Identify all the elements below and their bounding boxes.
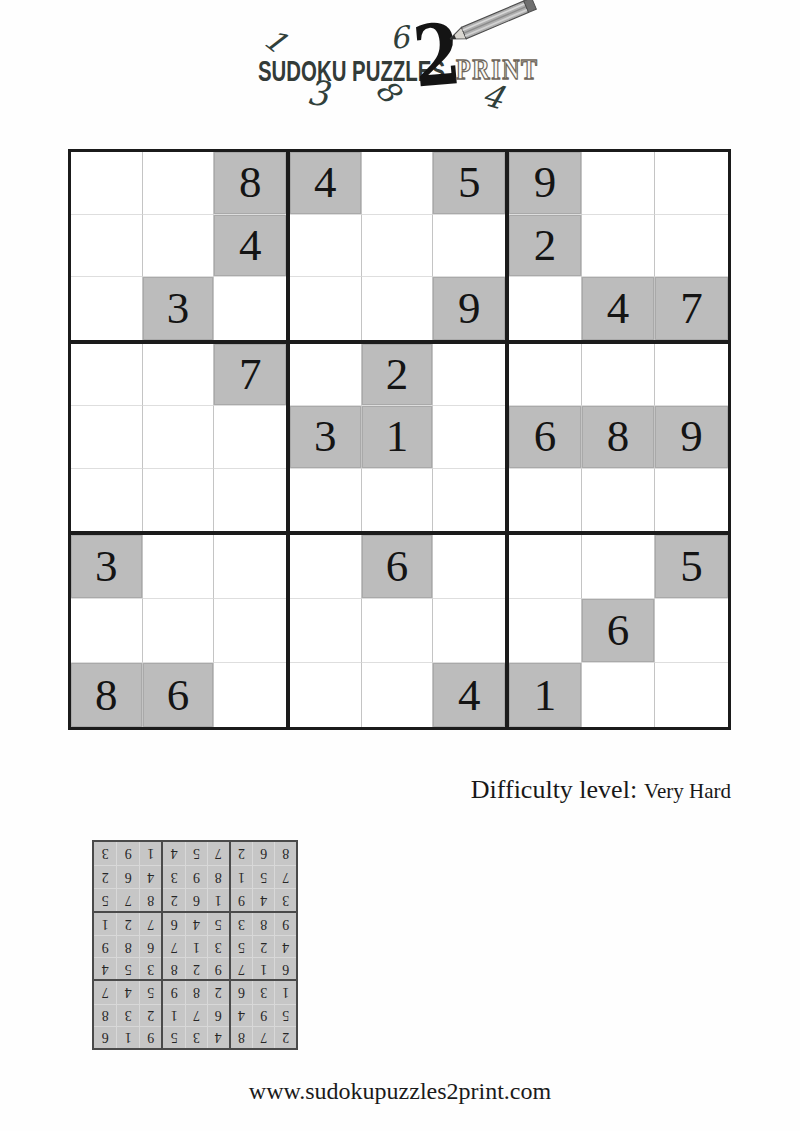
solution-cell-r8c2: 5 [252, 865, 274, 888]
puzzle-cell-r6c9[interactable] [655, 469, 728, 532]
footer-url: www.sudokupuzzles2print.com [0, 1078, 800, 1105]
puzzle-cell-r4c1[interactable] [71, 344, 143, 407]
puzzle-cell-r2c2[interactable] [143, 215, 215, 278]
solution-cell-r2c6: 1 [163, 1004, 185, 1026]
puzzle-cell-r4c2[interactable] [143, 344, 215, 407]
solution-cell-r7c4: 1 [207, 888, 229, 911]
puzzle-cell-r3c8[interactable]: 4 [582, 277, 655, 340]
puzzle-cell-r1c2[interactable] [143, 152, 215, 215]
puzzle-cell-r5c6[interactable] [433, 406, 505, 469]
solution-cell-r4c3: 7 [231, 957, 253, 979]
puzzle-cell-r8c9[interactable] [655, 599, 728, 663]
solution-cell-r4c5: 2 [185, 957, 207, 979]
solution-cell-r5c2: 2 [252, 935, 274, 957]
puzzle-cell-r6c3[interactable] [214, 469, 286, 532]
solution-cell-r2c2: 9 [252, 1004, 274, 1026]
puzzle-cell-r9c9[interactable] [655, 663, 728, 727]
puzzle-cell-r4c5[interactable]: 2 [362, 344, 434, 407]
solution-cell-r7c7: 8 [139, 888, 161, 911]
solution-cell-r3c7: 5 [139, 981, 161, 1003]
solution-box-5: 928317546 [161, 911, 228, 980]
puzzle-box-3: 9247 [509, 152, 728, 344]
solution-cell-r1c1: 2 [274, 1026, 296, 1048]
puzzle-box-6: 689 [509, 344, 728, 536]
solution-cell-r8c3: 1 [231, 865, 253, 888]
solution-cell-r5c6: 7 [163, 935, 185, 957]
solution-box-7: 349751862 [229, 842, 296, 911]
puzzle-box-8: 64 [290, 535, 509, 727]
puzzle-cell-r2c9[interactable] [655, 215, 728, 278]
puzzle-cell-r7c3[interactable] [214, 535, 286, 599]
solution-cell-r5c1: 4 [274, 935, 296, 957]
puzzle-cell-r4c3[interactable]: 7 [214, 344, 286, 407]
puzzle-cell-r1c5[interactable] [362, 152, 434, 215]
puzzle-cell-r9c7[interactable]: 1 [509, 663, 582, 727]
solution-cell-r5c4: 3 [207, 935, 229, 957]
solution-cell-r6c3: 3 [231, 913, 253, 935]
puzzle-cell-r3c1[interactable] [71, 277, 143, 340]
puzzle-cell-r3c3[interactable] [214, 277, 286, 340]
solution-cell-r6c4: 5 [207, 913, 229, 935]
puzzle-cell-r5c2[interactable] [143, 406, 215, 469]
solution-cell-r3c1: 1 [274, 981, 296, 1003]
puzzle-cell-r6c2[interactable] [143, 469, 215, 532]
puzzle-cell-r2c1[interactable] [71, 215, 143, 278]
solution-cell-r2c1: 5 [274, 1004, 296, 1026]
solution-cell-r3c4: 2 [207, 981, 229, 1003]
sudoku-puzzle-grid: 8434599247723168938664561 [68, 149, 731, 730]
puzzle-cell-r1c4[interactable]: 4 [290, 152, 362, 215]
puzzle-cell-r4c6[interactable] [433, 344, 505, 407]
puzzle-cell-r6c7[interactable] [509, 469, 582, 532]
puzzle-cell-r4c7[interactable] [509, 344, 582, 407]
solution-cell-r4c8: 5 [116, 957, 138, 979]
solution-cell-r5c8: 8 [116, 935, 138, 957]
puzzle-cell-r6c8[interactable] [582, 469, 655, 532]
solution-box-2: 435671289 [161, 979, 228, 1048]
solution-cell-r3c6: 9 [163, 981, 185, 1003]
solution-cell-r1c6: 5 [163, 1026, 185, 1048]
solution-cell-r7c2: 4 [252, 888, 274, 911]
solution-cell-r2c8: 3 [116, 1004, 138, 1026]
puzzle-cell-r3c7[interactable] [509, 277, 582, 340]
solution-cell-r9c8: 9 [116, 842, 138, 865]
puzzle-cell-r2c7[interactable]: 2 [509, 215, 582, 278]
puzzle-cell-r1c3[interactable]: 8 [214, 152, 286, 215]
puzzle-cell-r9c3[interactable] [214, 663, 286, 727]
solution-cell-r4c2: 1 [252, 957, 274, 979]
solution-cell-r4c7: 3 [139, 957, 161, 979]
puzzle-cell-r7c7[interactable] [509, 535, 582, 599]
solution-cell-r2c9: 8 [94, 1004, 116, 1026]
puzzle-cell-r8c4[interactable] [290, 599, 362, 663]
solution-cell-r4c9: 4 [94, 957, 116, 979]
solution-cell-r1c2: 7 [252, 1026, 274, 1048]
puzzle-cell-r4c9[interactable] [655, 344, 728, 407]
puzzle-cell-r2c6[interactable] [433, 215, 505, 278]
solution-cell-r9c4: 7 [207, 842, 229, 865]
puzzle-cell-r2c5[interactable] [362, 215, 434, 278]
page: 1 3 6 8 4 SUDOKU PUZZLES 2 PRINT 8434599… [0, 0, 800, 1131]
sudoku-solution-grid-rotated: 2785941364356712899162385476174259839283… [92, 840, 298, 1050]
puzzle-cell-r1c1[interactable] [71, 152, 143, 215]
solution-cell-r5c3: 5 [231, 935, 253, 957]
puzzle-cell-r8c5[interactable] [362, 599, 434, 663]
solution-cell-r9c1: 8 [274, 842, 296, 865]
solution-cell-r8c6: 3 [163, 865, 185, 888]
solution-cell-r2c5: 7 [185, 1004, 207, 1026]
solution-cell-r2c3: 4 [231, 1004, 253, 1026]
solution-cell-r1c4: 4 [207, 1026, 229, 1048]
puzzle-cell-r8c3[interactable] [214, 599, 286, 663]
puzzle-cell-r9c2[interactable]: 6 [143, 663, 215, 727]
solution-cell-r1c8: 1 [116, 1026, 138, 1048]
solution-cell-r8c5: 9 [185, 865, 207, 888]
solution-box-3: 916238547 [94, 979, 161, 1048]
solution-cell-r3c8: 4 [116, 981, 138, 1003]
solution-cell-r9c5: 5 [185, 842, 207, 865]
solution-cell-r9c3: 2 [231, 842, 253, 865]
puzzle-cell-r5c3[interactable] [214, 406, 286, 469]
solution-cell-r7c8: 7 [116, 888, 138, 911]
solution-cell-r1c3: 8 [231, 1026, 253, 1048]
puzzle-cell-r5c7[interactable]: 6 [509, 406, 582, 469]
puzzle-cell-r8c7[interactable] [509, 599, 582, 663]
puzzle-cell-r7c9[interactable]: 5 [655, 535, 728, 599]
puzzle-cell-r7c8[interactable] [582, 535, 655, 599]
puzzle-cell-r8c8[interactable]: 6 [582, 599, 655, 663]
puzzle-cell-r5c5[interactable]: 1 [362, 406, 434, 469]
puzzle-box-9: 561 [509, 535, 728, 727]
puzzle-cell-r9c4[interactable] [290, 663, 362, 727]
puzzle-cell-r1c8[interactable] [582, 152, 655, 215]
puzzle-cell-r3c2[interactable]: 3 [143, 277, 215, 340]
solution-cell-r4c6: 8 [163, 957, 185, 979]
puzzle-cell-r2c8[interactable] [582, 215, 655, 278]
solution-cell-r6c7: 7 [139, 913, 161, 935]
solution-box-8: 162893754 [161, 842, 228, 911]
puzzle-cell-r4c4[interactable] [290, 344, 362, 407]
solution-cell-r5c7: 6 [139, 935, 161, 957]
puzzle-cell-r9c5[interactable] [362, 663, 434, 727]
solution-cell-r2c7: 2 [139, 1004, 161, 1026]
solution-cell-r9c2: 6 [252, 842, 274, 865]
difficulty-value: Very Hard [644, 779, 731, 804]
solution-cell-r8c7: 4 [139, 865, 161, 888]
solution-cell-r6c1: 9 [274, 913, 296, 935]
solution-cell-r5c5: 1 [185, 935, 207, 957]
puzzle-cell-r8c6[interactable] [433, 599, 505, 663]
solution-box-4: 617425983 [229, 911, 296, 980]
difficulty-label: Difficulty level: [471, 775, 637, 805]
solution-cell-r9c9: 3 [94, 842, 116, 865]
solution-cell-r4c4: 9 [207, 957, 229, 979]
puzzle-cell-r5c8[interactable]: 8 [582, 406, 655, 469]
solution-cell-r5c9: 9 [94, 935, 116, 957]
solution-box-6: 354689721 [94, 911, 161, 980]
puzzle-cell-r5c4[interactable]: 3 [290, 406, 362, 469]
solution-cell-r7c9: 5 [94, 888, 116, 911]
puzzle-box-1: 843 [71, 152, 290, 344]
puzzle-cell-r2c3[interactable]: 4 [214, 215, 286, 278]
solution-cell-r8c9: 2 [94, 865, 116, 888]
solution-cell-r7c3: 9 [231, 888, 253, 911]
puzzle-cell-r3c4[interactable] [290, 277, 362, 340]
pencil-icon [446, 0, 540, 47]
solution-cell-r3c2: 3 [252, 981, 274, 1003]
difficulty-row: Difficulty level: Very Hard [471, 775, 731, 805]
puzzle-cell-r7c2[interactable] [143, 535, 215, 599]
puzzle-cell-r1c7[interactable]: 9 [509, 152, 582, 215]
puzzle-cell-r8c2[interactable] [143, 599, 215, 663]
solution-cell-r6c9: 1 [94, 913, 116, 935]
puzzle-cell-r6c1[interactable] [71, 469, 143, 532]
solution-cell-r6c5: 4 [185, 913, 207, 935]
solution-box-9: 875462193 [94, 842, 161, 911]
puzzle-cell-r9c6[interactable]: 4 [433, 663, 505, 727]
puzzle-cell-r5c9[interactable]: 9 [655, 406, 728, 469]
logo-scatter-digit-6: 6 [388, 22, 410, 54]
puzzle-cell-r3c6[interactable]: 9 [433, 277, 505, 340]
solution-cell-r6c6: 6 [163, 913, 185, 935]
puzzle-cell-r6c4[interactable] [290, 469, 362, 532]
solution-cell-r9c7: 1 [139, 842, 161, 865]
puzzle-box-7: 386 [71, 535, 290, 727]
puzzle-cell-r3c9[interactable]: 7 [655, 277, 728, 340]
puzzle-box-2: 459 [290, 152, 509, 344]
puzzle-cell-r7c4[interactable] [290, 535, 362, 599]
puzzle-cell-r8c1[interactable] [71, 599, 143, 663]
solution-cell-r1c9: 6 [94, 1026, 116, 1048]
puzzle-box-5: 231 [290, 344, 509, 536]
puzzle-cell-r5c1[interactable] [71, 406, 143, 469]
solution-cell-r6c2: 8 [252, 913, 274, 935]
solution-cell-r9c6: 4 [163, 842, 185, 865]
solution-cell-r3c9: 7 [94, 981, 116, 1003]
solution-cell-r2c4: 6 [207, 1004, 229, 1026]
solution-cell-r8c4: 8 [207, 865, 229, 888]
puzzle-cell-r3c5[interactable] [362, 277, 434, 340]
puzzle-cell-r9c8[interactable] [582, 663, 655, 727]
solution-cell-r4c1: 6 [274, 957, 296, 979]
puzzle-cell-r1c6[interactable]: 5 [433, 152, 505, 215]
solution-cell-r8c1: 7 [274, 865, 296, 888]
puzzle-cell-r7c5[interactable]: 6 [362, 535, 434, 599]
puzzle-cell-r2c4[interactable] [290, 215, 362, 278]
solution-cell-r7c5: 6 [185, 888, 207, 911]
solution-cell-r7c1: 3 [274, 888, 296, 911]
solution-box-1: 278594136 [229, 979, 296, 1048]
solution-cell-r3c3: 6 [231, 981, 253, 1003]
solution-cell-r1c7: 9 [139, 1026, 161, 1048]
puzzle-cell-r9c1[interactable]: 8 [71, 663, 143, 727]
solution-cell-r1c5: 3 [185, 1026, 207, 1048]
logo: 1 3 6 8 4 SUDOKU PUZZLES 2 PRINT [0, 0, 800, 130]
puzzle-cell-r7c1[interactable]: 3 [71, 535, 143, 599]
solution-cell-r6c8: 2 [116, 913, 138, 935]
puzzle-cell-r4c8[interactable] [582, 344, 655, 407]
solution-cell-r8c8: 6 [116, 865, 138, 888]
puzzle-cell-r6c6[interactable] [433, 469, 505, 532]
puzzle-cell-r6c5[interactable] [362, 469, 434, 532]
solution-cell-r3c5: 8 [185, 981, 207, 1003]
puzzle-cell-r1c9[interactable] [655, 152, 728, 215]
puzzle-cell-r7c6[interactable] [433, 535, 505, 599]
solution-cell-r7c6: 2 [163, 888, 185, 911]
puzzle-box-4: 7 [71, 344, 290, 536]
logo-brand-print: PRINT [456, 52, 539, 86]
